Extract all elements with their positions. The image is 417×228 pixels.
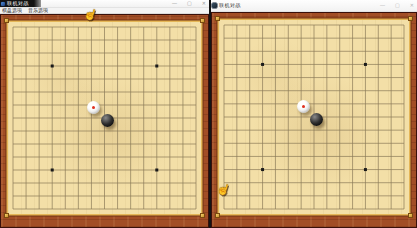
last-move-marker — [302, 105, 305, 108]
title-tab: 联机对战 — [211, 0, 253, 11]
titlebar-right[interactable]: 联机对战 — ▢ ✕ — [211, 0, 417, 12]
stone-black — [310, 113, 323, 126]
title-tab: 联机对战 — [0, 0, 41, 7]
frame-corner-ornament — [200, 213, 205, 218]
star-point — [51, 169, 54, 172]
frame-corner-ornament — [408, 213, 413, 218]
stone-black — [101, 114, 114, 127]
frame-corner-ornament — [215, 16, 220, 21]
maximize-button[interactable]: ▢ — [187, 1, 192, 6]
goban-right[interactable] — [219, 20, 409, 214]
goban-left[interactable] — [8, 22, 201, 214]
frame-corner-ornament — [200, 18, 205, 23]
window-title: 联机对战 — [219, 3, 241, 8]
star-point — [51, 65, 54, 68]
board-frame-left — [0, 14, 209, 228]
star-point — [155, 65, 158, 68]
frame-corner-ornament — [215, 213, 220, 218]
screenshot-stage: 联机对战 — ▢ ✕ 棋盘选项 音乐选项 ☝ 联机对战 — [0, 0, 417, 228]
star-point — [364, 168, 367, 171]
stone-white — [297, 100, 310, 113]
last-move-marker — [92, 106, 95, 109]
frame-corner-ornament — [408, 16, 413, 21]
menu-music-options[interactable]: 音乐选项 — [28, 8, 48, 13]
star-point — [364, 63, 367, 66]
game-window-right: 联机对战 — ▢ ✕ ☝ — [211, 0, 417, 228]
board-frame-right — [211, 12, 417, 228]
frame-corner-ornament — [4, 18, 9, 23]
close-button[interactable]: ✕ — [410, 3, 414, 8]
star-point — [261, 168, 264, 171]
star-point — [155, 169, 158, 172]
app-icon — [212, 3, 217, 8]
frame-corner-ornament — [4, 213, 9, 218]
window-title: 联机对战 — [7, 1, 29, 6]
game-window-left: 联机对战 — ▢ ✕ 棋盘选项 音乐选项 ☝ — [0, 0, 211, 228]
window-controls: — ▢ ✕ — [172, 0, 206, 7]
window-controls: — ▢ ✕ — [380, 0, 414, 11]
minimize-button[interactable]: — — [380, 3, 385, 8]
star-point — [261, 63, 264, 66]
minimize-button[interactable]: — — [172, 1, 177, 6]
maximize-button[interactable]: ▢ — [395, 3, 400, 8]
menu-board-options[interactable]: 棋盘选项 — [2, 8, 22, 13]
titlebar-left[interactable]: 联机对战 — ▢ ✕ — [0, 0, 209, 8]
close-button[interactable]: ✕ — [202, 1, 206, 6]
app-icon — [1, 2, 5, 6]
